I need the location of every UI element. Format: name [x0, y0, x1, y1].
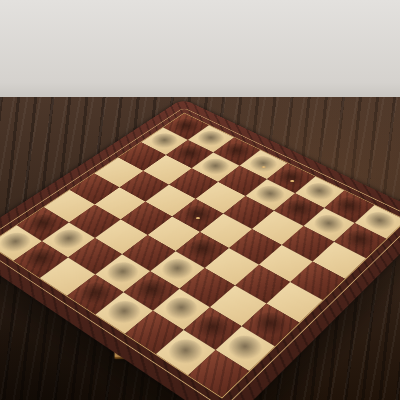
square-h3[interactable]: ♟	[242, 304, 300, 347]
chess-board: ♜♞♝♛♚♝♞♜♟♟♟♟♟♟♟♛♛♟♟♟♟♟♟♟♟♛♜♞♝♚♞	[0, 99, 400, 400]
chess-scene: ♜♞♝♛♚♝♞♜♟♟♟♟♟♟♟♛♛♟♟♟♟♟♟♟♟♛♜♞♝♚♞	[0, 14, 400, 400]
board-grid: ♜♞♝♛♚♝♞♜♟♟♟♟♟♟♟♛♛♟♟♟♟♟♟♟♟♛♜♞♝♚♞	[0, 114, 400, 398]
square-g7[interactable]: ♟	[304, 208, 355, 242]
square-h8[interactable]: ♜	[355, 205, 400, 239]
square-h1[interactable]	[188, 350, 249, 397]
